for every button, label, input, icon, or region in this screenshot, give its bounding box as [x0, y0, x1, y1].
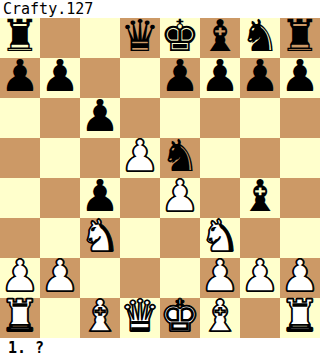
square-h5[interactable] [280, 138, 320, 178]
square-d8[interactable]: ♛ [120, 18, 160, 58]
piece-white-queen[interactable]: ♛ [120, 296, 159, 336]
piece-black-queen[interactable]: ♛ [120, 16, 159, 56]
square-a7[interactable]: ♟ [0, 58, 40, 98]
square-a4[interactable] [0, 178, 40, 218]
square-e1[interactable]: ♚ [160, 298, 200, 338]
square-d3[interactable] [120, 218, 160, 258]
square-d7[interactable] [120, 58, 160, 98]
square-d1[interactable]: ♛ [120, 298, 160, 338]
square-e3[interactable] [160, 218, 200, 258]
square-h1[interactable]: ♜ [280, 298, 320, 338]
square-d5[interactable]: ♟ [120, 138, 160, 178]
piece-black-bishop[interactable]: ♝ [240, 176, 279, 216]
piece-white-bishop[interactable]: ♝ [80, 296, 119, 336]
piece-white-pawn[interactable]: ♟ [160, 176, 199, 216]
piece-black-pawn[interactable]: ♟ [280, 56, 319, 96]
square-e7[interactable]: ♟ [160, 58, 200, 98]
square-b1[interactable] [40, 298, 80, 338]
square-g7[interactable]: ♟ [240, 58, 280, 98]
square-a1[interactable]: ♜ [0, 298, 40, 338]
piece-black-pawn[interactable]: ♟ [200, 56, 239, 96]
square-d4[interactable] [120, 178, 160, 218]
square-g2[interactable]: ♟ [240, 258, 280, 298]
piece-white-rook[interactable]: ♜ [280, 296, 319, 336]
square-h4[interactable] [280, 178, 320, 218]
piece-white-pawn[interactable]: ♟ [40, 256, 79, 296]
piece-white-knight[interactable]: ♞ [80, 216, 119, 256]
crafty-window: Crafty.127 ♜♛♚♝♞♜♟♟♟♟♟♟♟♟♞♟♟♝♞♞♟♟♟♟♟♜♝♛♚… [0, 0, 320, 360]
piece-white-king[interactable]: ♚ [160, 296, 199, 336]
square-b2[interactable]: ♟ [40, 258, 80, 298]
piece-white-pawn[interactable]: ♟ [120, 136, 159, 176]
piece-black-pawn[interactable]: ♟ [40, 56, 79, 96]
piece-white-pawn[interactable]: ♟ [240, 256, 279, 296]
square-c1[interactable]: ♝ [80, 298, 120, 338]
square-c6[interactable]: ♟ [80, 98, 120, 138]
piece-black-pawn[interactable]: ♟ [240, 56, 279, 96]
square-e4[interactable]: ♟ [160, 178, 200, 218]
chess-board[interactable]: ♜♛♚♝♞♜♟♟♟♟♟♟♟♟♞♟♟♝♞♞♟♟♟♟♟♜♝♛♚♝♜ [0, 18, 320, 338]
piece-black-pawn[interactable]: ♟ [0, 56, 39, 96]
square-g1[interactable] [240, 298, 280, 338]
square-a6[interactable] [0, 98, 40, 138]
move-status-line: 1. ? [0, 338, 320, 360]
square-h7[interactable]: ♟ [280, 58, 320, 98]
square-f5[interactable] [200, 138, 240, 178]
square-a5[interactable] [0, 138, 40, 178]
piece-white-rook[interactable]: ♜ [0, 296, 39, 336]
piece-black-pawn[interactable]: ♟ [160, 56, 199, 96]
piece-black-pawn[interactable]: ♟ [80, 96, 119, 136]
square-b4[interactable] [40, 178, 80, 218]
square-c3[interactable]: ♞ [80, 218, 120, 258]
square-b5[interactable] [40, 138, 80, 178]
piece-white-bishop[interactable]: ♝ [200, 296, 239, 336]
square-b6[interactable] [40, 98, 80, 138]
square-f6[interactable] [200, 98, 240, 138]
square-c8[interactable] [80, 18, 120, 58]
square-f1[interactable]: ♝ [200, 298, 240, 338]
square-g4[interactable]: ♝ [240, 178, 280, 218]
square-h6[interactable] [280, 98, 320, 138]
square-b7[interactable]: ♟ [40, 58, 80, 98]
square-f7[interactable]: ♟ [200, 58, 240, 98]
square-g6[interactable] [240, 98, 280, 138]
